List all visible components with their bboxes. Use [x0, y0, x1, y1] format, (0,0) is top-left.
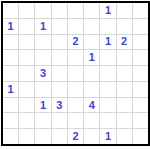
cell-r4c2[interactable] [19, 50, 34, 65]
cell-r6c1: 1 [3, 82, 18, 97]
clue-number: 2 [121, 36, 127, 47]
clue-number: 4 [89, 100, 95, 111]
cell-r1c8[interactable] [117, 3, 132, 18]
cell-r6c2[interactable] [19, 82, 34, 97]
clue-number: 2 [72, 131, 78, 142]
cell-r5c1[interactable] [3, 66, 18, 81]
cell-r4c3[interactable] [35, 50, 50, 65]
cell-r3c7: 1 [100, 35, 115, 50]
cell-r4c8[interactable] [117, 50, 132, 65]
cell-r5c7[interactable] [100, 66, 115, 81]
cell-r8c7[interactable] [100, 113, 115, 128]
clue-number: 1 [89, 52, 95, 63]
cell-r8c3[interactable] [35, 113, 50, 128]
cell-r9c3[interactable] [35, 129, 50, 144]
cell-r2c2[interactable] [19, 19, 34, 34]
cell-r6c3[interactable] [35, 82, 50, 97]
cell-r9c9[interactable] [133, 129, 148, 144]
cell-r6c9[interactable] [133, 82, 148, 97]
cell-r7c1[interactable] [3, 98, 18, 113]
cell-r4c4[interactable] [52, 50, 67, 65]
clue-number: 1 [40, 21, 46, 32]
cell-r8c1[interactable] [3, 113, 18, 128]
cell-r3c1[interactable] [3, 35, 18, 50]
cell-r1c2[interactable] [19, 3, 34, 18]
cell-r6c5[interactable] [68, 82, 83, 97]
cell-r8c6[interactable] [84, 113, 99, 128]
cell-r2c6[interactable] [84, 19, 99, 34]
clue-number: 1 [105, 131, 111, 142]
cell-r2c4[interactable] [52, 19, 67, 34]
cell-r4c6: 1 [84, 50, 99, 65]
cell-r6c6[interactable] [84, 82, 99, 97]
cell-r2c3: 1 [35, 19, 50, 34]
clue-number: 1 [40, 100, 46, 111]
clue-number: 3 [56, 100, 62, 111]
cell-r6c7[interactable] [100, 82, 115, 97]
cell-r1c6[interactable] [84, 3, 99, 18]
clue-number: 1 [8, 84, 14, 95]
cell-r8c5[interactable] [68, 113, 83, 128]
cell-r6c4[interactable] [52, 82, 67, 97]
cell-r9c4[interactable] [52, 129, 67, 144]
cell-r5c2[interactable] [19, 66, 34, 81]
cell-r4c9[interactable] [133, 50, 148, 65]
cell-r3c9[interactable] [133, 35, 148, 50]
clue-number: 2 [72, 36, 78, 47]
cell-r1c1[interactable] [3, 3, 18, 18]
cell-r1c9[interactable] [133, 3, 148, 18]
cell-r4c7[interactable] [100, 50, 115, 65]
cell-r2c7[interactable] [100, 19, 115, 34]
cell-r2c8[interactable] [117, 19, 132, 34]
cell-r5c3: 3 [35, 66, 50, 81]
cell-r9c7: 1 [100, 129, 115, 144]
cell-r7c5[interactable] [68, 98, 83, 113]
cell-r9c2[interactable] [19, 129, 34, 144]
cell-r1c4[interactable] [52, 3, 67, 18]
cell-r7c8[interactable] [117, 98, 132, 113]
puzzle-board: 11121213113421 [1, 1, 150, 146]
cell-r9c5: 2 [68, 129, 83, 144]
cell-r3c4[interactable] [52, 35, 67, 50]
cell-r2c9[interactable] [133, 19, 148, 34]
cell-r8c2[interactable] [19, 113, 34, 128]
cell-r3c5: 2 [68, 35, 83, 50]
cell-r8c9[interactable] [133, 113, 148, 128]
cell-r2c5[interactable] [68, 19, 83, 34]
cell-r9c1[interactable] [3, 129, 18, 144]
cell-r1c5[interactable] [68, 3, 83, 18]
clue-number: 1 [105, 5, 111, 16]
clue-number: 1 [8, 21, 14, 32]
cell-r1c3[interactable] [35, 3, 50, 18]
cell-r9c6[interactable] [84, 129, 99, 144]
cell-r8c8[interactable] [117, 113, 132, 128]
cell-r5c6[interactable] [84, 66, 99, 81]
cell-r8c4[interactable] [52, 113, 67, 128]
clue-number: 3 [40, 68, 46, 79]
cell-r7c9[interactable] [133, 98, 148, 113]
cell-r5c5[interactable] [68, 66, 83, 81]
cell-r7c3: 1 [35, 98, 50, 113]
cell-r3c3[interactable] [35, 35, 50, 50]
cell-r3c2[interactable] [19, 35, 34, 50]
cell-r3c8: 2 [117, 35, 132, 50]
cell-r7c6: 4 [84, 98, 99, 113]
cell-r7c2[interactable] [19, 98, 34, 113]
cell-r2c1: 1 [3, 19, 18, 34]
cell-r4c1[interactable] [3, 50, 18, 65]
cell-r5c8[interactable] [117, 66, 132, 81]
cell-r5c9[interactable] [133, 66, 148, 81]
cell-r6c8[interactable] [117, 82, 132, 97]
cell-r5c4[interactable] [52, 66, 67, 81]
cell-r7c7[interactable] [100, 98, 115, 113]
cell-r3c6[interactable] [84, 35, 99, 50]
clue-number: 1 [105, 36, 111, 47]
cell-r9c8[interactable] [117, 129, 132, 144]
cell-r1c7: 1 [100, 3, 115, 18]
cell-r4c5[interactable] [68, 50, 83, 65]
cell-r7c4: 3 [52, 98, 67, 113]
